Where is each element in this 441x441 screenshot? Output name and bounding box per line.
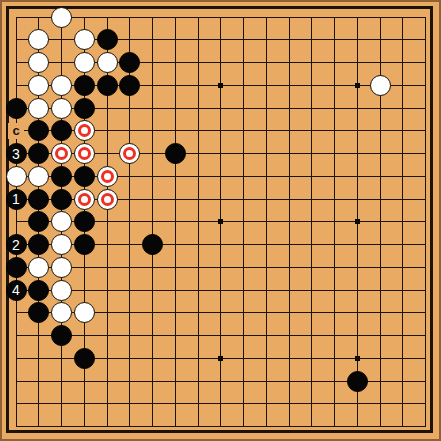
- grid-line-vertical: [311, 17, 312, 428]
- white-stone: [51, 257, 72, 278]
- star-point: [355, 356, 360, 361]
- white-stone: [74, 302, 95, 323]
- red-circle-mark: [101, 170, 114, 183]
- star-point: [218, 356, 223, 361]
- white-stone: [51, 234, 72, 255]
- grid-line-horizontal: [16, 267, 427, 268]
- white-stone: [51, 7, 72, 28]
- move-number: 1: [12, 192, 20, 206]
- black-stone: [51, 325, 72, 346]
- white-stone: [74, 52, 95, 73]
- grid-line-vertical: [266, 17, 267, 428]
- white-stone: [6, 166, 27, 187]
- black-stone: [142, 234, 163, 255]
- black-stone: [6, 257, 27, 278]
- white-stone: [51, 98, 72, 119]
- move-number: 2: [12, 237, 20, 251]
- red-circle-mark: [55, 147, 68, 160]
- black-stone: [28, 280, 49, 301]
- go-board: c3124: [0, 0, 441, 441]
- black-stone-numbered: 2: [6, 234, 27, 255]
- black-stone: [74, 234, 95, 255]
- black-stone: [74, 348, 95, 369]
- red-circle-mark: [123, 147, 136, 160]
- white-stone-circled: [97, 189, 118, 210]
- diagram-stage: c3124: [0, 0, 441, 441]
- white-stone: [74, 29, 95, 50]
- red-circle-mark: [78, 193, 91, 206]
- white-stone: [51, 280, 72, 301]
- grid-line-horizontal: [16, 426, 427, 427]
- black-stone: [28, 189, 49, 210]
- grid-line-horizontal: [16, 335, 427, 336]
- white-stone-circled: [51, 143, 72, 164]
- black-stone-numbered: 4: [6, 280, 27, 301]
- black-stone: [74, 98, 95, 119]
- star-point: [218, 219, 223, 224]
- white-stone-circled: [74, 120, 95, 141]
- black-stone: [97, 75, 118, 96]
- star-point: [355, 83, 360, 88]
- move-number: 4: [12, 283, 20, 297]
- grid-line-horizontal: [16, 290, 427, 291]
- black-stone: [74, 166, 95, 187]
- black-stone: [6, 98, 27, 119]
- black-stone: [119, 75, 140, 96]
- move-number: 3: [12, 146, 20, 160]
- white-stone: [97, 52, 118, 73]
- star-point: [218, 83, 223, 88]
- white-stone-circled: [74, 189, 95, 210]
- grid-line-vertical: [243, 17, 244, 428]
- grid-line-vertical: [425, 17, 426, 428]
- black-stone: [97, 29, 118, 50]
- grid-line-vertical: [334, 17, 335, 428]
- black-stone-numbered: 3: [6, 143, 27, 164]
- white-stone-circled: [74, 143, 95, 164]
- white-stone: [28, 257, 49, 278]
- grid-line-horizontal: [16, 403, 427, 404]
- black-stone-numbered: 1: [6, 189, 27, 210]
- white-stone: [51, 75, 72, 96]
- red-circle-mark: [78, 147, 91, 160]
- white-stone: [370, 75, 391, 96]
- black-stone: [74, 75, 95, 96]
- white-stone-circled: [97, 166, 118, 187]
- white-stone: [28, 98, 49, 119]
- point-label: c: [8, 123, 24, 139]
- black-stone: [165, 143, 186, 164]
- red-circle-mark: [101, 193, 114, 206]
- black-stone: [51, 189, 72, 210]
- grid-line-vertical: [402, 17, 403, 428]
- red-circle-mark: [78, 124, 91, 137]
- white-stone: [28, 166, 49, 187]
- white-stone: [28, 75, 49, 96]
- star-point: [355, 219, 360, 224]
- black-stone: [51, 166, 72, 187]
- black-stone: [74, 211, 95, 232]
- grid-line-vertical: [289, 17, 290, 428]
- black-stone: [347, 371, 368, 392]
